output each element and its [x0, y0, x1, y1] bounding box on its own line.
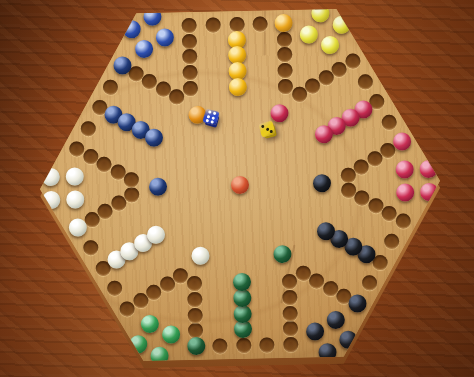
marble-red-track-C30[interactable]: [270, 104, 288, 122]
marble-green-track-C150[interactable]: [273, 245, 291, 263]
hole-W2.R4[interactable]: [295, 266, 310, 281]
marble-yellow-track-W0.O4[interactable]: [275, 14, 293, 32]
marble-green-home-4[interactable]: [233, 273, 251, 291]
hole-W5.O3[interactable]: [103, 79, 118, 94]
hole-W4.O3[interactable]: [83, 240, 98, 255]
hole-W3.L2[interactable]: [282, 305, 297, 320]
hole-W4.R4[interactable]: [124, 188, 139, 203]
wood-crack-top: [263, 7, 266, 55]
marble-green-home-3[interactable]: [233, 289, 251, 307]
hole-W1.L3[interactable]: [305, 78, 320, 93]
hole-W2.O2[interactable]: [373, 255, 388, 270]
hole-W3.O3[interactable]: [212, 338, 227, 353]
hole-W1.O0[interactable]: [345, 54, 360, 69]
hole-W5.L2[interactable]: [96, 157, 111, 172]
photo-stage: [0, 0, 474, 377]
marble-blue-start-1[interactable]: [123, 20, 141, 38]
hole-W0.O3[interactable]: [253, 16, 268, 31]
hole-W4.O1[interactable]: [107, 281, 122, 296]
marble-green-home-1[interactable]: [234, 320, 252, 338]
hole-W2.O0[interactable]: [396, 213, 411, 228]
marble-blue-home-4[interactable]: [145, 128, 163, 146]
hole-W4.O0[interactable]: [120, 301, 135, 316]
hole-W0.L2[interactable]: [182, 49, 197, 64]
hole-W4.L4[interactable]: [173, 268, 188, 283]
hole-W1.R2[interactable]: [367, 151, 382, 166]
marble-green-start-3[interactable]: [162, 326, 180, 344]
marble-red-start-3[interactable]: [396, 160, 414, 178]
yellow-die-pip: [261, 125, 265, 129]
yellow-die-pip: [270, 130, 274, 134]
hole-W0.O1[interactable]: [205, 17, 220, 32]
marble-green-start-4[interactable]: [141, 314, 159, 332]
blue-die-pip: [213, 112, 217, 116]
marble-blue-start-2[interactable]: [143, 8, 161, 26]
marble-black-start-4[interactable]: [306, 323, 324, 341]
yellow-die-pip: [265, 127, 269, 131]
blue-die-pip: [211, 120, 215, 124]
marble-black-track-C90[interactable]: [313, 174, 331, 192]
hole-W4.L2[interactable]: [146, 285, 161, 300]
marble-red-track-W1.O4[interactable]: [393, 133, 411, 151]
hole-W3.R4[interactable]: [187, 276, 202, 291]
hole-W5.O0[interactable]: [69, 141, 84, 156]
hole-W5.R2[interactable]: [142, 74, 157, 89]
marble-yellow-home-4[interactable]: [229, 78, 247, 96]
marble-yellow-start-4[interactable]: [321, 36, 339, 54]
hole-W1.O3[interactable]: [382, 114, 397, 129]
marble-black-track-W2.O4[interactable]: [349, 294, 367, 312]
marble-green-home-2[interactable]: [234, 304, 252, 322]
marble-white-start-3[interactable]: [66, 191, 84, 209]
marble-black-start-3[interactable]: [326, 310, 344, 328]
hole-W0.L4[interactable]: [183, 81, 198, 96]
marble-blue-start-3[interactable]: [135, 40, 153, 58]
hole-W2.R3[interactable]: [309, 273, 324, 288]
marble-red-start-1[interactable]: [419, 160, 437, 178]
marble-yellow-start-3[interactable]: [300, 25, 318, 43]
hole-W5.O1[interactable]: [80, 121, 95, 136]
holes-layer: [0, 0, 470, 5]
hole-W3.R2[interactable]: [188, 307, 203, 322]
blue-die-pip: [212, 116, 216, 120]
hole-W3.L4[interactable]: [282, 274, 297, 289]
hole-W1.L1[interactable]: [332, 62, 347, 77]
hole-W1.O1[interactable]: [357, 74, 372, 89]
marble-white-home-4[interactable]: [147, 226, 165, 244]
hole-W2.R2[interactable]: [323, 281, 338, 296]
marble-white-start-2[interactable]: [42, 167, 60, 185]
hole-W1.L4[interactable]: [291, 86, 306, 101]
hole-W1.R3[interactable]: [354, 159, 369, 174]
marble-blue-start-4[interactable]: [155, 28, 173, 46]
hole-W5.R4[interactable]: [169, 89, 184, 104]
hole-W0.R2[interactable]: [277, 47, 292, 62]
hole-W2.L3[interactable]: [354, 191, 369, 206]
hole-W0.R3[interactable]: [277, 63, 292, 78]
hole-W2.O1[interactable]: [384, 234, 399, 249]
hole-W3.R3[interactable]: [188, 292, 203, 307]
blue-die-pip: [205, 118, 209, 122]
hole-W3.L1[interactable]: [283, 321, 298, 336]
marble-white-track-C210[interactable]: [191, 247, 209, 265]
hole-W3.O2[interactable]: [236, 338, 251, 353]
hole-W4.R2[interactable]: [97, 204, 112, 219]
hole-W3.O0[interactable]: [283, 337, 298, 352]
hole-W0.R4[interactable]: [277, 79, 292, 94]
marble-red-home-4[interactable]: [314, 125, 332, 143]
hole-W2.O3[interactable]: [362, 275, 377, 290]
marble-blue-track-C270[interactable]: [149, 177, 167, 195]
hole-W0.O2[interactable]: [229, 17, 244, 32]
hole-W0.L1[interactable]: [182, 34, 197, 49]
blue-die-pip: [206, 114, 210, 118]
marble-red-start-4[interactable]: [396, 184, 414, 202]
hole-W5.L4[interactable]: [124, 172, 139, 187]
marble-red-center[interactable]: [231, 175, 249, 193]
hole-W0.R1[interactable]: [276, 32, 291, 47]
blue-die-pip: [208, 110, 212, 114]
marble-yellow-start-1[interactable]: [311, 4, 329, 22]
aggravation-board: [0, 0, 474, 377]
hole-W1.R4[interactable]: [340, 167, 355, 182]
marbles-layer: [0, 0, 470, 5]
hole-W3.L3[interactable]: [282, 290, 297, 305]
marble-yellow-start-2[interactable]: [332, 16, 350, 34]
board-wrapper: [0, 0, 474, 377]
hole-W0.O0[interactable]: [182, 18, 197, 33]
marble-white-track-W4.O4[interactable]: [69, 218, 87, 236]
marble-white-start-4[interactable]: [65, 167, 83, 185]
marble-green-track-W3.O4[interactable]: [187, 337, 205, 355]
hole-W0.L3[interactable]: [183, 65, 198, 80]
hole-W3.O1[interactable]: [259, 337, 274, 352]
hole-W1.L2[interactable]: [318, 70, 333, 85]
